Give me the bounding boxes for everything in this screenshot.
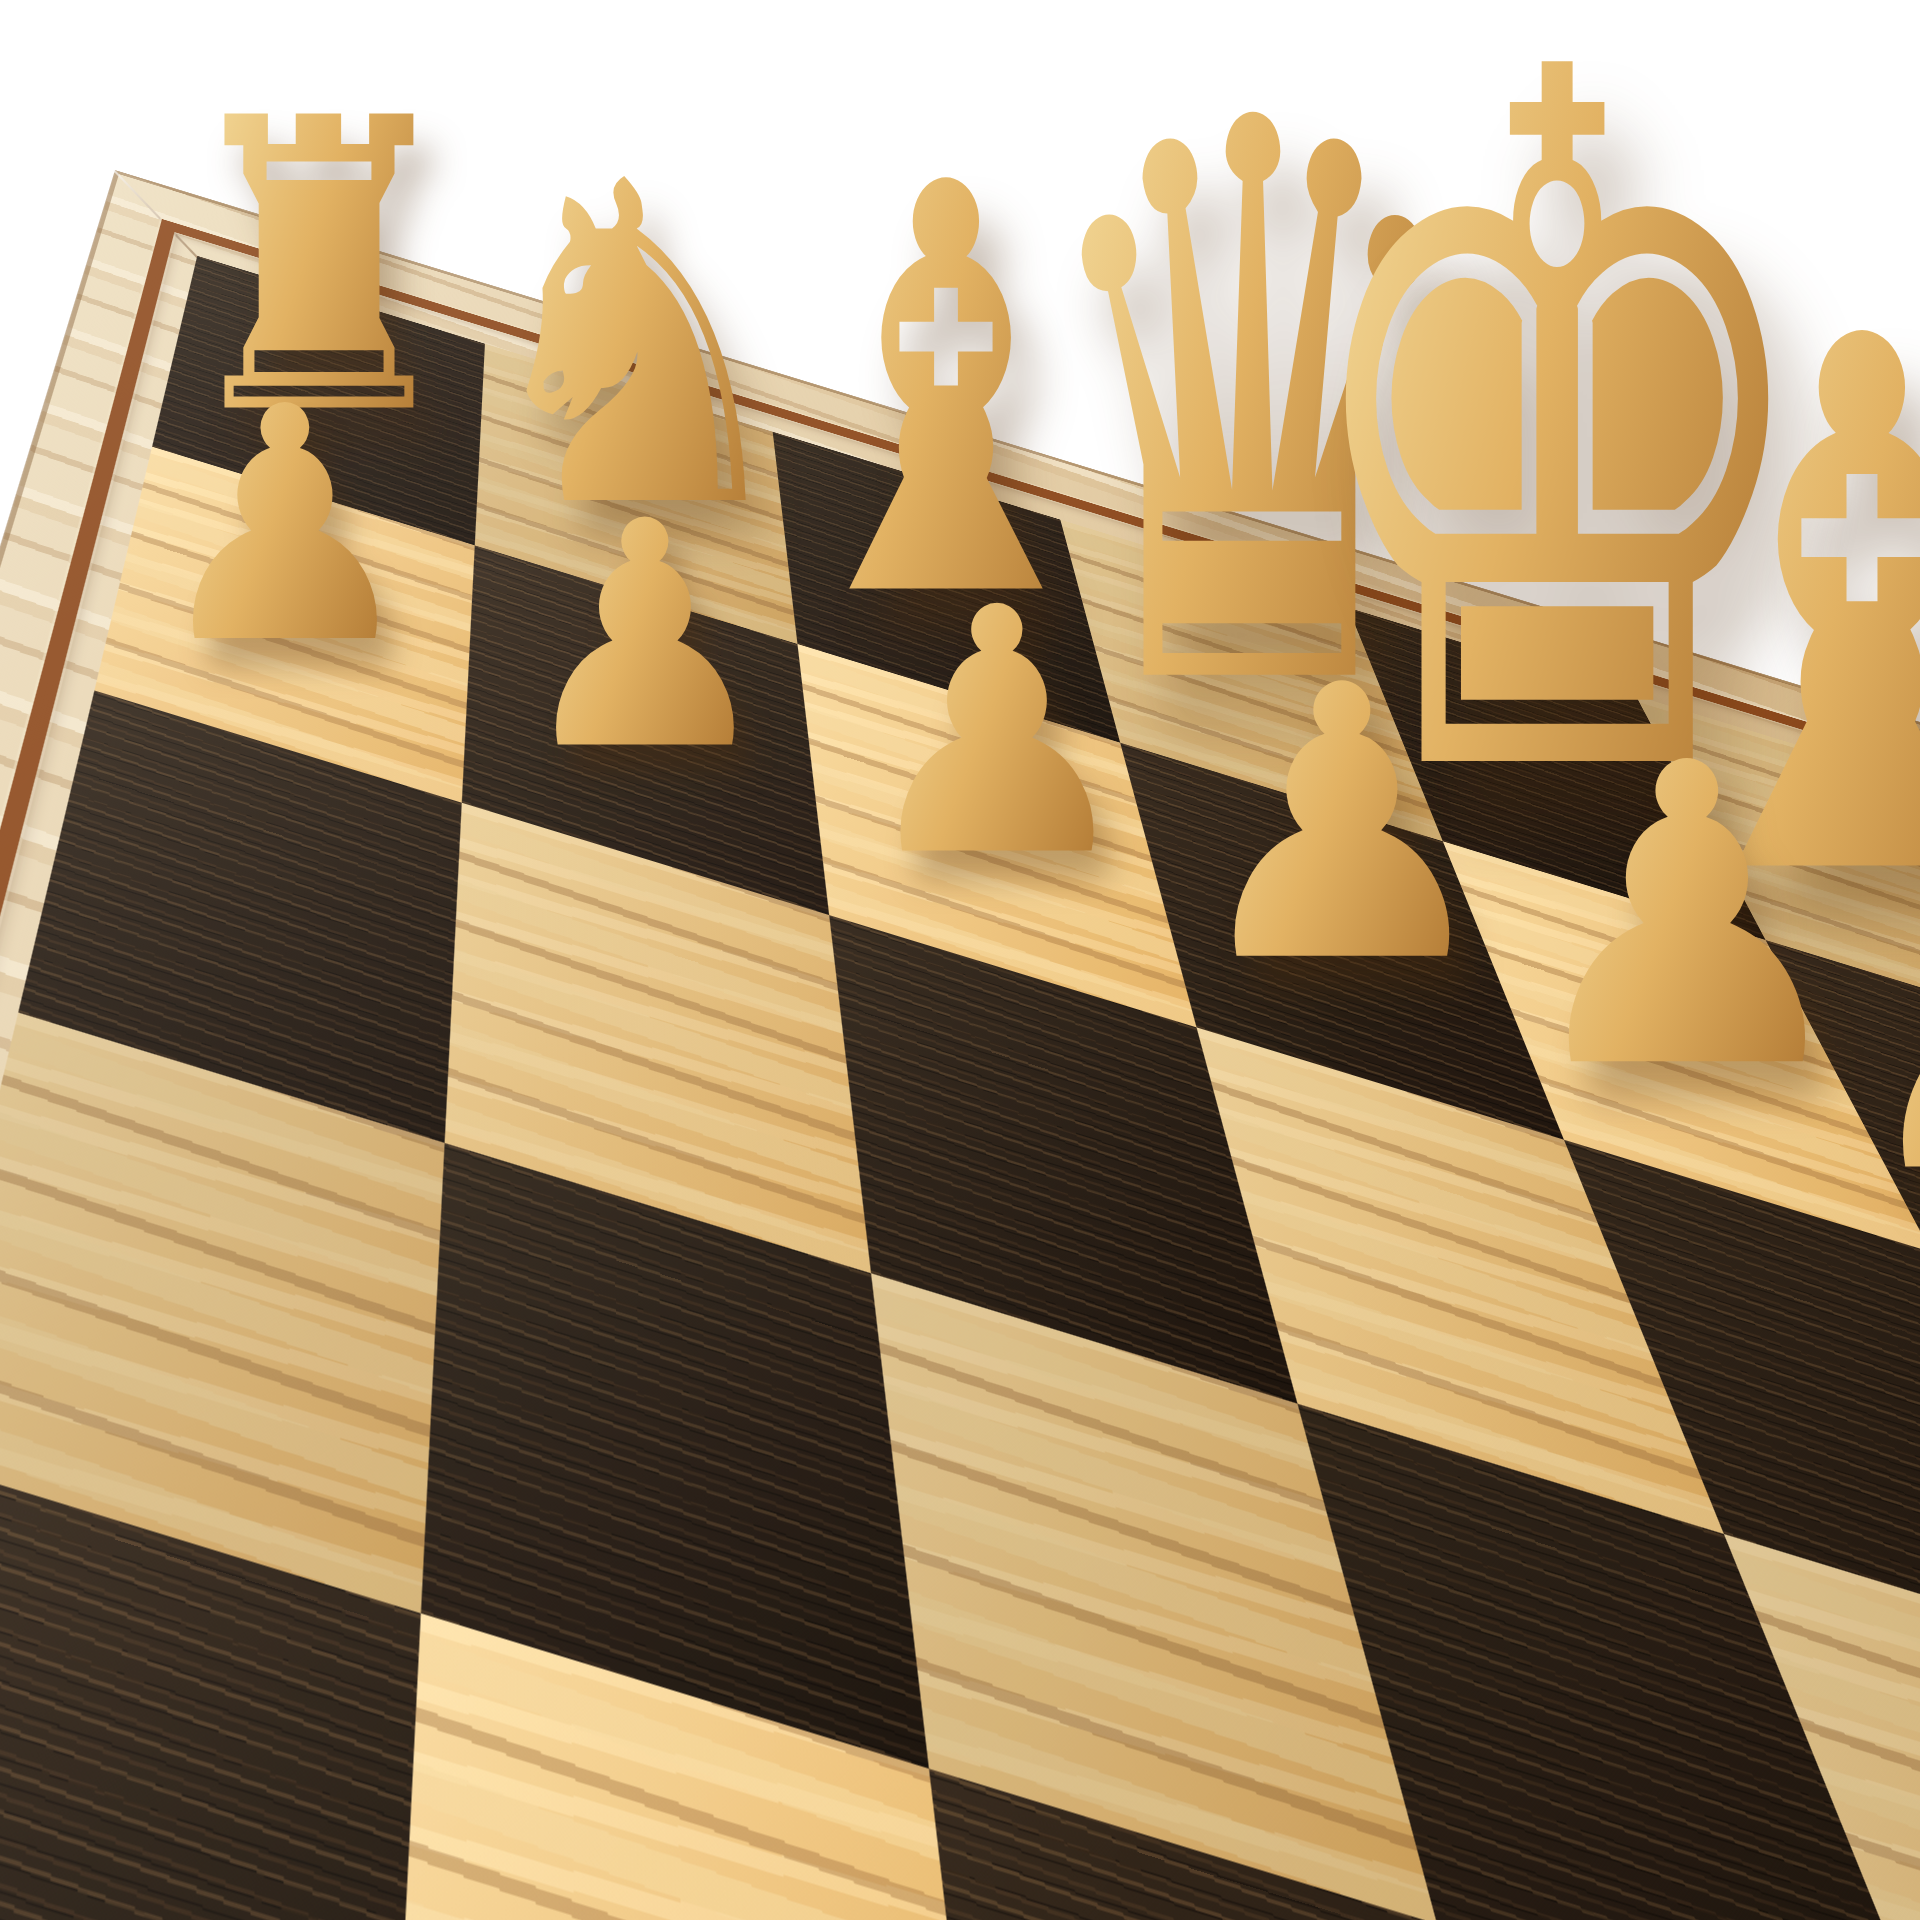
product-photo-scene: ♜♞♝♛♚♝♟♟♟♟♟♟♟ <box>0 0 1920 1920</box>
squares-grid <box>0 256 1920 1920</box>
chessboard <box>0 170 1920 1920</box>
